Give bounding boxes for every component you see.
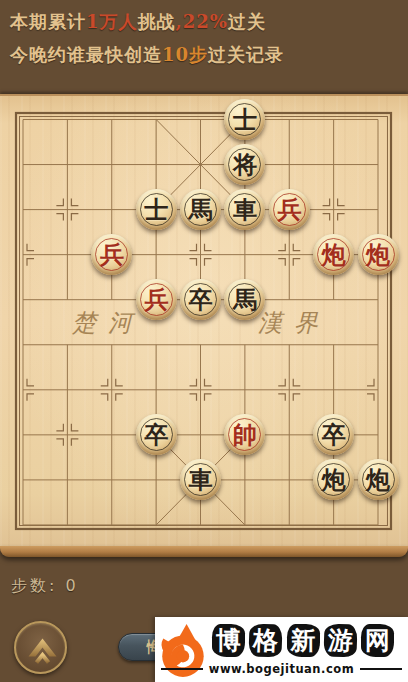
piece-character: 炮 [313, 234, 354, 275]
piece-character: 馬 [180, 189, 221, 230]
header-segment: 挑战 [138, 11, 176, 32]
header-segment: ,22% [176, 11, 228, 32]
piece-black-車[interactable]: 車 [224, 189, 265, 230]
piece-character: 車 [224, 189, 265, 230]
piece-character: 兵 [136, 279, 177, 320]
piece-character: 士 [224, 99, 265, 140]
moves-value: 0 [65, 576, 78, 595]
header-line-2: 今晚约谁最快创造10步过关记录 [10, 38, 400, 71]
site-url: www.bogejituan.com [209, 662, 354, 676]
xiangqi-board[interactable]: 楚河 漢界 士将士馬車兵兵炮炮兵卒馬卒帥卒車炮炮 [0, 94, 408, 548]
header-segment: 过关 [228, 11, 266, 32]
site-name-tile: 博 [212, 624, 245, 657]
header-segment: 1万人 [86, 11, 138, 32]
header-segment: 10步 [162, 44, 208, 65]
piece-black-卒[interactable]: 卒 [180, 279, 221, 320]
dash-right [360, 668, 402, 671]
moves-label: 步数: [11, 576, 57, 595]
piece-character: 兵 [269, 189, 310, 230]
xiangqi-app-screen: 本期累计1万人挑战,22%过关 今晚约谁最快创造10步过关记录 楚河 漢界 士将… [0, 0, 408, 682]
piece-black-卒[interactable]: 卒 [136, 414, 177, 455]
piece-red-兵[interactable]: 兵 [136, 279, 177, 320]
header: 本期累计1万人挑战,22%过关 今晚约谁最快创造10步过关记录 [10, 5, 400, 71]
site-url-row: www.bogejituan.com [155, 662, 408, 676]
piece-red-炮[interactable]: 炮 [358, 234, 399, 275]
piece-character: 卒 [313, 414, 354, 455]
piece-character: 士 [136, 189, 177, 230]
piece-character: 馬 [224, 279, 265, 320]
boost-button[interactable] [14, 621, 67, 674]
piece-character: 炮 [313, 459, 354, 500]
piece-black-馬[interactable]: 馬 [180, 189, 221, 230]
piece-character: 卒 [180, 279, 221, 320]
piece-character: 将 [224, 144, 265, 185]
piece-red-炮[interactable]: 炮 [313, 234, 354, 275]
piece-character: 炮 [358, 234, 399, 275]
piece-red-兵[interactable]: 兵 [269, 189, 310, 230]
dash-left [161, 668, 203, 671]
piece-red-帥[interactable]: 帥 [224, 414, 265, 455]
piece-black-将[interactable]: 将 [224, 144, 265, 185]
site-name-tile: 游 [323, 623, 357, 657]
piece-black-卒[interactable]: 卒 [313, 414, 354, 455]
piece-character: 兵 [91, 234, 132, 275]
watermark: 博格新游网 www.bogejituan.com [155, 617, 408, 682]
piece-black-士[interactable]: 士 [136, 189, 177, 230]
piece-character: 卒 [136, 414, 177, 455]
site-name-tile: 网 [361, 624, 394, 657]
piece-character: 車 [180, 459, 221, 500]
site-name-tile: 格 [249, 623, 283, 657]
piece-black-馬[interactable]: 馬 [224, 279, 265, 320]
header-line-1: 本期累计1万人挑战,22%过关 [10, 5, 400, 38]
site-name-tile: 新 [287, 624, 320, 657]
header-segment: 本期累计 [10, 11, 86, 32]
board-bottom-edge [0, 546, 408, 557]
piece-black-士[interactable]: 士 [224, 99, 265, 140]
moves-counter: 步数: 0 [11, 576, 79, 597]
piece-black-炮[interactable]: 炮 [358, 459, 399, 500]
site-name: 博格新游网 [212, 624, 394, 658]
piece-black-車[interactable]: 車 [180, 459, 221, 500]
header-segment: 过关记录 [208, 44, 284, 65]
piece-red-兵[interactable]: 兵 [91, 234, 132, 275]
piece-character: 帥 [224, 414, 265, 455]
chevron-up-icon [16, 623, 69, 676]
header-segment: 今晚约谁最快创造 [10, 44, 162, 65]
piece-character: 炮 [358, 459, 399, 500]
piece-black-炮[interactable]: 炮 [313, 459, 354, 500]
